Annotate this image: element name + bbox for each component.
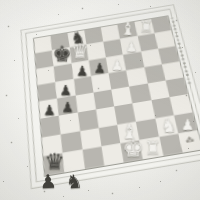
square-e1: ♚	[120, 140, 143, 163]
square-g1	[159, 133, 183, 155]
chess-piece-bn-c8: ♞	[70, 30, 84, 46]
chess-piece-bp-a4: ♟	[43, 103, 56, 117]
square-b6	[54, 63, 73, 82]
board-mat: ♞♝♜♚♛♟♟♟♟♟♟♟♝♞♟♛♚♜❖	[20, 4, 200, 189]
square-c6: ♟	[71, 60, 91, 79]
corner-emblem-icon: ❖	[183, 135, 196, 149]
board-rotated-wrapper: ♞♝♜♚♛♟♟♟♟♟♟♟♝♞♟♛♚♜❖	[11, 0, 200, 186]
chess-piece-wn-g2: ♞	[160, 117, 176, 135]
square-b1	[63, 149, 85, 172]
chess-piece-wp-e6: ♟	[111, 58, 123, 72]
chess-piece-bp-b4: ♟	[62, 100, 75, 114]
square-h6	[158, 46, 179, 65]
chess-piece-wp-h2: ♟	[181, 117, 195, 132]
square-h5	[162, 61, 184, 80]
square-a6	[36, 66, 55, 85]
square-a5	[38, 82, 57, 102]
square-c1	[82, 146, 104, 169]
square-g5	[144, 64, 166, 83]
chess-piece-bp-c6: ♟	[76, 64, 88, 78]
captured-piece-bn: ♞	[65, 172, 83, 192]
chess-piece-wr-f1: ♜	[145, 139, 162, 157]
square-e6: ♟	[106, 54, 126, 73]
square-h1: ❖	[178, 130, 200, 152]
square-f5	[126, 67, 147, 86]
captured-piece-bp: ♟	[39, 172, 57, 192]
captured-pieces-tray: ♟♞	[40, 172, 83, 191]
square-b5: ♟	[55, 79, 75, 99]
chess-piece-bp-d6: ♟	[93, 61, 105, 75]
square-c5	[73, 76, 93, 96]
chessboard-photo: ♞♝♜♚♛♟♟♟♟♟♟♟♝♞♟♛♚♜❖ ♟♞	[0, 0, 200, 200]
photo-dust-specks	[0, 0, 1, 1]
chess-piece-wp-f7: ♟	[126, 39, 138, 53]
chess-board-grid: ♞♝♜♚♛♟♟♟♟♟♟♟♝♞♟♛♚♜❖	[33, 15, 200, 176]
chess-piece-bp-b5: ♟	[60, 83, 73, 97]
